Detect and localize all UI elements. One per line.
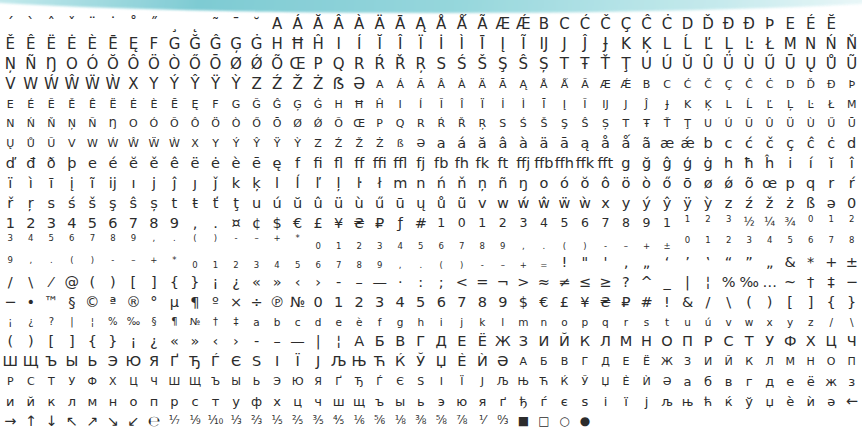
glyph-cell: À — [349, 17, 370, 32]
glyph-cell: ≥ — [595, 275, 616, 290]
glyph-cell: Ĉ — [739, 79, 760, 90]
glyph-cell: L — [657, 37, 678, 52]
glyph-cell: Ш — [0, 354, 21, 369]
glyph-cell: ű — [369, 196, 390, 211]
glyph-cell: Ŝ — [575, 118, 596, 129]
glyph-cell: Ü — [780, 118, 801, 129]
glyph-cell: ¨ — [82, 17, 103, 32]
glyph-cell: ļ — [328, 176, 349, 191]
glyph-cell: Щ — [185, 376, 206, 387]
glyph-cell: ŀ — [349, 176, 370, 191]
glyph-cell: { — [82, 334, 103, 349]
glyph-cell: | — [677, 275, 698, 290]
glyph-cell: Ÿ — [267, 138, 288, 149]
glyph-cell: Є — [226, 354, 247, 369]
glyph-cell: Ū — [841, 118, 862, 129]
glyph-cell: W — [82, 138, 103, 149]
glyph-cell: Ђ — [349, 376, 370, 387]
glyph-cell: ó — [554, 176, 575, 191]
glyph-cell: 8 — [349, 261, 370, 270]
glyph-cell: Ï — [472, 99, 493, 110]
glyph-cell: ± — [841, 255, 862, 270]
glyph-cell: ” — [739, 255, 760, 270]
glyph-cell: Ĩ — [575, 99, 596, 110]
glyph-cell: Ș — [595, 118, 616, 129]
glyph-cell: ₽ — [616, 295, 637, 310]
glyph-cell: ¡ — [123, 334, 144, 349]
glyph-cell: ř — [0, 196, 21, 211]
glyph-cell: Ý — [226, 138, 247, 149]
glyph-cell: — — [369, 275, 390, 290]
glyph-cell: Ő — [185, 57, 206, 72]
glyph-cell: ﬃ — [369, 156, 390, 171]
glyph-cell: б — [698, 375, 719, 388]
glyph-cell: 1 — [431, 217, 452, 230]
glyph-cell: ^ — [636, 275, 657, 290]
glyph-cell: Ċ — [657, 17, 678, 32]
glyph-cell: Ŧ — [575, 57, 596, 72]
glyph-cell: Ė — [62, 37, 83, 52]
glyph-cell: “ — [718, 255, 739, 270]
glyph-cell: Ә — [657, 376, 678, 387]
glyph-cell: n — [534, 317, 555, 328]
glyph-cell: Z — [246, 77, 267, 92]
glyph-cell: ð — [41, 156, 62, 171]
glyph-cell: е — [780, 375, 801, 388]
glyph-cell: T — [554, 57, 575, 72]
glyph-cell: ( — [739, 295, 760, 310]
glyph-cell: M — [780, 37, 801, 52]
glyph-cell: З — [677, 356, 698, 367]
glyph-cell: ș — [144, 196, 165, 211]
glyph-cell: . — [164, 234, 185, 243]
glyph-row-15: −•™§©ª®°µ¶º×÷℗№0123456789$€£¥₴₽#!&/\()[]… — [0, 292, 862, 312]
glyph-cell: 4 — [534, 217, 555, 230]
glyph-cell: ¯ — [226, 17, 247, 32]
glyph-cell: ж — [821, 375, 842, 388]
glyph-cell: , — [390, 261, 411, 270]
glyph-cell: Ï — [410, 37, 431, 52]
glyph-cell: fj — [410, 156, 431, 171]
glyph-cell: † — [800, 275, 821, 290]
glyph-cell: x — [759, 317, 780, 328]
glyph-cell: Ŀ — [800, 99, 821, 110]
glyph-cell: 1 — [205, 261, 226, 270]
glyph-cell: 5 — [41, 234, 62, 243]
glyph-cell: ġ — [698, 156, 719, 171]
glyph-cell: Ѐ — [452, 354, 473, 369]
glyph-cell: Ĩ — [513, 37, 534, 52]
glyph-cell: т — [205, 395, 226, 408]
glyph-cell: > — [513, 275, 534, 290]
glyph-cell: Ж — [493, 334, 514, 349]
glyph-cell: Ќ — [390, 354, 411, 369]
glyph-cell: ğ — [636, 156, 657, 171]
glyph-cell: З — [513, 334, 534, 349]
glyph-cell: Î — [390, 37, 411, 52]
glyph-cell: N — [0, 118, 21, 129]
glyph-cell: Ў — [575, 376, 596, 387]
glyph-cell: w — [493, 196, 514, 211]
glyph-cell: В — [390, 334, 411, 349]
glyph-cell: Ŷ — [246, 138, 267, 149]
glyph-cell: Ỳ — [226, 77, 247, 92]
glyph-cell: : — [410, 275, 431, 290]
glyph-cell: Э — [103, 354, 124, 369]
glyph-cell: Ā — [390, 17, 411, 32]
glyph-cell: Ų — [800, 57, 821, 72]
glyph-cell: d — [308, 317, 329, 328]
glyph-cell: § — [62, 295, 83, 310]
glyph-cell: g — [616, 156, 637, 171]
glyph-cell: ™ — [41, 295, 62, 310]
glyph-cell: ˆ — [41, 17, 62, 32]
glyph-cell: с — [185, 395, 206, 408]
glyph-cell: Љ — [328, 354, 349, 369]
glyph-cell: e — [82, 156, 103, 171]
glyph-cell: ĩ — [82, 176, 103, 191]
glyph-cell: Õ — [267, 57, 288, 72]
glyph-cell: Ð — [739, 17, 760, 32]
glyph-cell: Џ — [431, 354, 452, 369]
glyph-cell: k — [226, 176, 247, 191]
glyph-cell: ѐ — [780, 395, 801, 408]
glyph-cell: ⅔ — [246, 415, 267, 427]
glyph-cell: □ — [534, 415, 555, 427]
glyph-cell: B — [636, 79, 657, 90]
glyph-cell: Ó — [82, 57, 103, 72]
glyph-cell: € — [534, 295, 555, 310]
glyph-cell: - — [246, 334, 267, 349]
glyph-cell: Ğ — [185, 37, 206, 52]
glyph-cell: ẃ — [513, 196, 534, 211]
glyph-cell: о — [123, 395, 144, 408]
glyph-cell: Ù — [739, 57, 760, 72]
glyph-cell: ź — [739, 196, 760, 211]
glyph-cell: Ã — [472, 17, 493, 32]
glyph-cell: Ø — [226, 57, 247, 72]
glyph-cell: У — [759, 334, 780, 349]
glyph-cell: / — [698, 295, 719, 310]
glyph-cell: Ǻ — [452, 17, 473, 32]
glyph-cell: Ŏ — [164, 118, 185, 129]
glyph-cell: E — [780, 17, 801, 32]
glyph-cell: ( — [431, 261, 452, 270]
glyph-cell: P — [308, 57, 329, 72]
glyph-cell: ? — [616, 275, 637, 290]
glyph-cell: 6 — [103, 216, 124, 231]
glyph-cell: D — [780, 79, 801, 90]
glyph-cell: À — [452, 79, 473, 90]
glyph-cell: ю — [452, 395, 473, 408]
glyph-cell: М — [780, 356, 801, 367]
glyph-cell: G — [226, 99, 247, 110]
glyph-cell: ż — [780, 196, 801, 211]
glyph-cell: Ť — [657, 118, 678, 129]
glyph-cell: 9 — [493, 242, 514, 251]
glyph-cell: r — [821, 176, 842, 191]
glyph-cell: Ə — [410, 138, 431, 149]
glyph-cell: ǰ — [205, 176, 226, 191]
glyph-cell: ˚ — [123, 17, 144, 32]
glyph-cell: Ѕ — [246, 354, 267, 369]
glyph-cell: ‹ — [205, 334, 226, 349]
glyph-cell: Ę — [123, 37, 144, 52]
glyph-cell: 9 — [123, 234, 144, 243]
glyph-cell: Ǿ — [308, 118, 329, 129]
glyph-cell: ő — [657, 176, 678, 191]
glyph-cell: Ĝ — [205, 37, 226, 52]
glyph-cell: ĭ — [821, 156, 842, 171]
glyph-cell: % — [718, 275, 739, 290]
glyph-cell: Ř — [390, 57, 411, 72]
glyph-cell: Ü — [718, 57, 739, 72]
glyph-cell: Ъ — [205, 376, 226, 387]
glyph-cell: Ġ — [246, 37, 267, 52]
glyph-row-18: ШЩЪЫЬЭЮЯҐЂЃЄЅІЇЈЉЊЋЌЎЏЀЍӘАБВГДЕЁЖЗИЙКЛМН… — [0, 352, 862, 372]
glyph-cell: © — [82, 295, 103, 310]
glyph-cell: ffk — [575, 156, 596, 171]
glyph-cell: L — [718, 99, 739, 110]
glyph-cell: Û — [759, 118, 780, 129]
glyph-cell: Á — [390, 79, 411, 90]
glyph-cell: ø — [698, 176, 719, 191]
glyph-cell: Ć — [677, 79, 698, 90]
glyph-cell: Ф — [780, 334, 801, 349]
glyph-cell: đ — [21, 156, 42, 171]
glyph-row-13: 9,.()-–+*0123456789,.()-–+=!"'‚„‘’‛“”„&*… — [0, 253, 862, 273]
glyph-cell: z — [800, 317, 821, 328]
glyph-cell: × — [226, 295, 247, 310]
glyph-cell: Ź — [328, 138, 349, 149]
glyph-cell: $ — [267, 216, 288, 231]
glyph-cell: 6 — [62, 234, 83, 243]
glyph-cell: Ş — [493, 57, 514, 72]
glyph-cell: { — [821, 295, 842, 310]
glyph-cell: Ǻ — [554, 79, 575, 90]
glyph-cell: ⅗ — [308, 415, 329, 427]
glyph-cell: Ћ — [369, 354, 390, 369]
glyph-cell: С — [21, 376, 42, 387]
glyph-cell: Ō — [267, 118, 288, 129]
glyph-cell: 0 — [800, 215, 821, 224]
glyph-row-10: řŗsśšşŝștŧťţuúŭûüùűūųůũvwẃŵẅẁxyýŷÿỳzźžżß… — [0, 193, 862, 213]
glyph-cell: Ő — [246, 118, 267, 129]
glyph-cell: Ә — [493, 354, 514, 369]
glyph-cell: Ħ — [287, 37, 308, 52]
glyph-cell: ĕ — [123, 156, 144, 171]
glyph-cell: М — [616, 334, 637, 349]
glyph-cell: 0 — [308, 295, 329, 310]
glyph-cell: ǿ — [718, 176, 739, 191]
glyph-cell: ÿ — [677, 196, 698, 211]
glyph-cell: Њ — [513, 376, 534, 387]
glyph-row-4: VWẂŴẄẀXYÝŶŸỲZŹŽŻẞƏAÁĂÂÀÄĀĄÅǺÃÆǼBCĆČÇĈĊDĎ… — [0, 74, 862, 94]
glyph-row-1: ´`ˆˇ¨˙˚˝¸˛˜¯˘AÁĂÂÀÄĀĄÅǺÃÆǼBCĆČÇĈĊDĎĐÐÞEÉ… — [0, 15, 862, 35]
glyph-cell: ‡ — [821, 275, 842, 290]
glyph-cell: Ñ — [82, 118, 103, 129]
glyph-cell: · — [390, 275, 411, 290]
glyph-cell: x — [595, 196, 616, 211]
glyph-cell: Ç — [718, 79, 739, 90]
glyph-cell: . — [205, 216, 226, 231]
glyph-cell: 7 — [82, 234, 103, 243]
glyph-cell: Ż — [369, 138, 390, 149]
glyph-cell: i — [431, 317, 452, 328]
glyph-cell: Æ — [493, 17, 514, 32]
glyph-cell: 1 — [328, 295, 349, 310]
glyph-cell: O — [123, 118, 144, 129]
glyph-cell: 7 — [328, 261, 349, 270]
glyph-cell: I — [390, 99, 411, 110]
glyph-cell: 2 — [493, 217, 514, 230]
glyph-cell: › — [226, 334, 247, 349]
glyph-cell: — — [287, 334, 308, 349]
glyph-cell: Ŕ — [431, 118, 452, 129]
glyph-cell: + — [513, 261, 534, 270]
glyph-cell: ş — [103, 196, 124, 211]
glyph-cell: Þ — [841, 79, 862, 90]
glyph-cell: – — [246, 234, 267, 243]
glyph-cell: Ї — [452, 376, 473, 387]
glyph-cell: ÷ — [246, 295, 267, 310]
glyph-cell: 8 — [144, 216, 165, 231]
glyph-cell: 1 — [698, 236, 719, 245]
glyph-cell: ] — [62, 334, 83, 349]
glyph-cell: ı — [123, 176, 144, 191]
glyph-cell: } — [103, 334, 124, 349]
glyph-cell: ¡ — [0, 317, 21, 327]
glyph-cell: Ł — [759, 37, 780, 52]
glyph-cell: Z — [308, 138, 329, 149]
glyph-cell: Ъ — [41, 354, 62, 369]
glyph-cell: İ — [493, 99, 514, 110]
glyph-cell: ⅒ — [205, 415, 226, 427]
glyph-cell: И — [698, 356, 719, 367]
glyph-cell: ? — [41, 317, 62, 327]
glyph-cell: ґ — [493, 395, 514, 408]
glyph-cell: ŗ — [21, 196, 42, 211]
glyph-cell: ę — [267, 156, 288, 171]
glyph-cell: 7 — [452, 242, 473, 251]
glyph-row-17: ()[]{}¡¿«»‹›-–—|¦АБВГДЕЁЖЗИЙКЛМНОПРСТУФХ… — [0, 332, 862, 352]
glyph-cell: fb — [431, 156, 452, 171]
glyph-cell: ǽ — [677, 136, 698, 151]
glyph-cell: + — [636, 242, 657, 251]
glyph-cell: y — [616, 196, 637, 211]
glyph-cell: ffb — [534, 156, 555, 171]
glyph-cell: – — [123, 256, 144, 265]
glyph-cell: 1 — [677, 215, 698, 224]
glyph-cell: ú — [267, 196, 288, 211]
glyph-cell: Ī — [472, 37, 493, 52]
glyph-cell: ѕ — [575, 395, 596, 408]
glyph-cell: p — [575, 317, 596, 328]
glyph-cell: ¦ — [82, 317, 103, 327]
glyph-cell: ₴ — [595, 295, 616, 310]
glyph-cell: € — [287, 216, 308, 231]
glyph-cell: ˇ — [62, 17, 83, 32]
glyph-cell: A — [267, 17, 288, 32]
glyph-cell: ffh — [554, 156, 575, 171]
glyph-cell: ĺ — [287, 176, 308, 191]
glyph-cell: − — [0, 295, 21, 310]
glyph-cell: Ď — [800, 79, 821, 90]
glyph-cell: № — [287, 295, 308, 310]
glyph-cell: Ì — [513, 99, 534, 110]
glyph-cell: Ŗ — [410, 57, 431, 72]
glyph-cell: Ǿ — [246, 57, 267, 72]
glyph-cell: F — [144, 37, 165, 52]
glyph-cell: $ — [513, 295, 534, 310]
glyph-cell: ( — [185, 234, 206, 243]
glyph-cell: ĉ — [800, 136, 821, 151]
glyph-cell: Ĕ — [821, 17, 842, 32]
glyph-cell: › — [308, 275, 329, 290]
glyph-cell: H — [328, 99, 349, 110]
glyph-cell: ↉ — [493, 415, 514, 427]
glyph-cell: ј — [636, 395, 657, 408]
glyph-cell: I — [328, 37, 349, 52]
glyph-cell: Ј — [472, 376, 493, 387]
glyph-cell: Y — [144, 77, 165, 92]
glyph-cell: • — [21, 295, 42, 310]
glyph-cell: Ē — [164, 99, 185, 110]
glyph-cell: Ч — [144, 376, 165, 387]
glyph-cell: р — [164, 395, 185, 408]
glyph-cell: ) — [759, 295, 780, 310]
glyph-cell: † — [205, 317, 226, 327]
glyph-cell: ¶ — [185, 295, 206, 310]
glyph-cell: 0 — [677, 236, 698, 245]
glyph-cell: ® — [123, 295, 144, 310]
glyph-row-19: РСТУФХЦЧШЩЪЫЬЭЮЯҐЂЃЄЅІЇЈЉЊЋЌЎЏЀЍӘабвгдеё… — [0, 371, 862, 391]
glyph-cell: ŕ — [841, 176, 862, 191]
glyph-cell: } — [185, 275, 206, 290]
glyph-cell: Ę — [185, 99, 206, 110]
glyph-cell: ỳ — [698, 196, 719, 211]
glyph-cell: є — [554, 395, 575, 408]
glyph-cell: Ħ — [349, 99, 370, 110]
glyph-cell: ē — [246, 156, 267, 171]
glyph-cell: o — [554, 317, 575, 328]
glyph-cell: 8 — [472, 242, 493, 251]
glyph-cell: v — [718, 317, 739, 328]
glyph-cell: ů — [431, 196, 452, 211]
glyph-cell: Ó — [144, 118, 165, 129]
glyph-cell: U — [636, 57, 657, 72]
glyph-cell: Ļ — [718, 37, 739, 52]
glyph-cell: ǻ — [616, 136, 637, 151]
glyph-cell: Ĵ — [575, 37, 596, 52]
glyph-cell: ) — [82, 256, 103, 265]
glyph-cell: Ŷ — [185, 77, 206, 92]
glyph-cell: ì — [21, 176, 42, 191]
glyph-cell: – — [616, 242, 637, 251]
glyph-cell: Ѓ — [205, 354, 226, 369]
glyph-cell: Ẅ — [82, 77, 103, 92]
glyph-cell: п — [144, 395, 165, 408]
glyph-cell: 4 — [390, 295, 411, 310]
glyph-cell: « — [246, 275, 267, 290]
glyph-cell: - — [328, 275, 349, 290]
glyph-cell: V — [62, 138, 83, 149]
glyph-cell: ā — [554, 136, 575, 151]
glyph-cell: Ë — [103, 99, 124, 110]
glyph-cell: Ĳ — [595, 99, 616, 110]
glyph-cell: Ļ — [780, 99, 801, 110]
glyph-cell: ī — [41, 176, 62, 191]
